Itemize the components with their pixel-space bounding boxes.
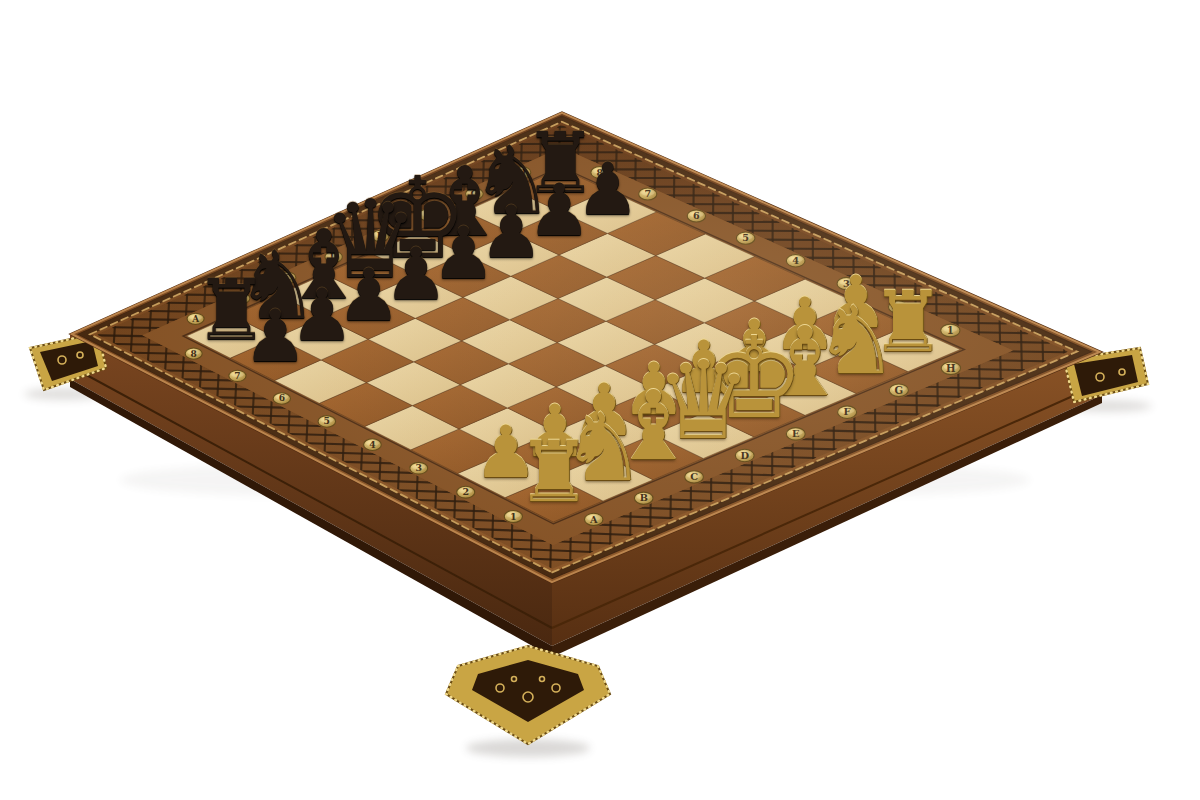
piece-white-rook-a1[interactable]: ♜ [512, 430, 596, 514]
piece-black-pawn-a7[interactable]: ♟ [239, 300, 311, 372]
brass-foot-near [446, 646, 610, 744]
chess-set-scene: AABBCCDDEEFFGGHH1122334455667788 ♜♞♟♝♟♚♟… [0, 0, 1200, 800]
